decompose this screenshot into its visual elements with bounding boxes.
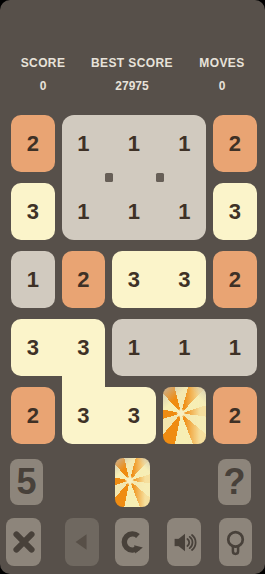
close-icon — [11, 529, 37, 555]
swirl-wildcard-tile[interactable] — [163, 387, 207, 444]
best-score-label: BEST SCORE — [86, 56, 178, 70]
moves-stat: MOVES 0 — [176, 56, 265, 93]
restart-button[interactable] — [115, 518, 149, 566]
close-button[interactable] — [6, 518, 41, 566]
tile-2-r1c5[interactable] — [213, 115, 257, 172]
moves-value: 0 — [176, 79, 265, 93]
tile-1-triple-r4[interactable] — [112, 319, 257, 376]
restart-icon — [119, 529, 145, 555]
speaker-icon — [172, 530, 197, 555]
tile-1-block-r1r2[interactable] — [62, 115, 207, 240]
undo-count-button[interactable]: 5 — [10, 459, 43, 505]
tile-2-r1c1[interactable] — [11, 115, 55, 172]
tile-2-r3c5[interactable] — [213, 251, 257, 308]
tile-3-r2c1[interactable] — [11, 183, 55, 240]
moves-label: MOVES — [176, 56, 265, 70]
tile-joint-dot — [105, 173, 113, 182]
tile-3-double-r3[interactable] — [112, 251, 206, 308]
tile-1-r3c1[interactable] — [11, 251, 55, 308]
best-score-value: 27975 — [86, 79, 178, 93]
tile-2-r5c1[interactable] — [11, 387, 55, 444]
help-button[interactable]: ? — [218, 459, 251, 505]
lightbulb-icon — [223, 529, 248, 556]
tile-3-r2c5[interactable] — [213, 183, 257, 240]
score-label: SCORE — [0, 56, 89, 70]
next-swirl-wildcard-tile[interactable] — [115, 458, 150, 507]
game-screen: SCORE 0 BEST SCORE 27975 MOVES 0 2 1 1 1… — [0, 0, 265, 574]
score-value: 0 — [0, 79, 89, 93]
sound-button[interactable] — [167, 518, 201, 566]
tile-3-s-shape-bottom[interactable] — [62, 387, 156, 444]
back-button[interactable] — [65, 518, 99, 566]
tile-joint-dot — [156, 173, 164, 182]
tile-2-r3c2[interactable] — [62, 251, 106, 308]
hint-button[interactable] — [219, 518, 252, 566]
tile-2-r5c5[interactable] — [213, 387, 257, 444]
best-score-stat: BEST SCORE 27975 — [86, 56, 178, 93]
score-stat: SCORE 0 — [0, 56, 89, 93]
back-arrow-icon — [71, 531, 93, 553]
